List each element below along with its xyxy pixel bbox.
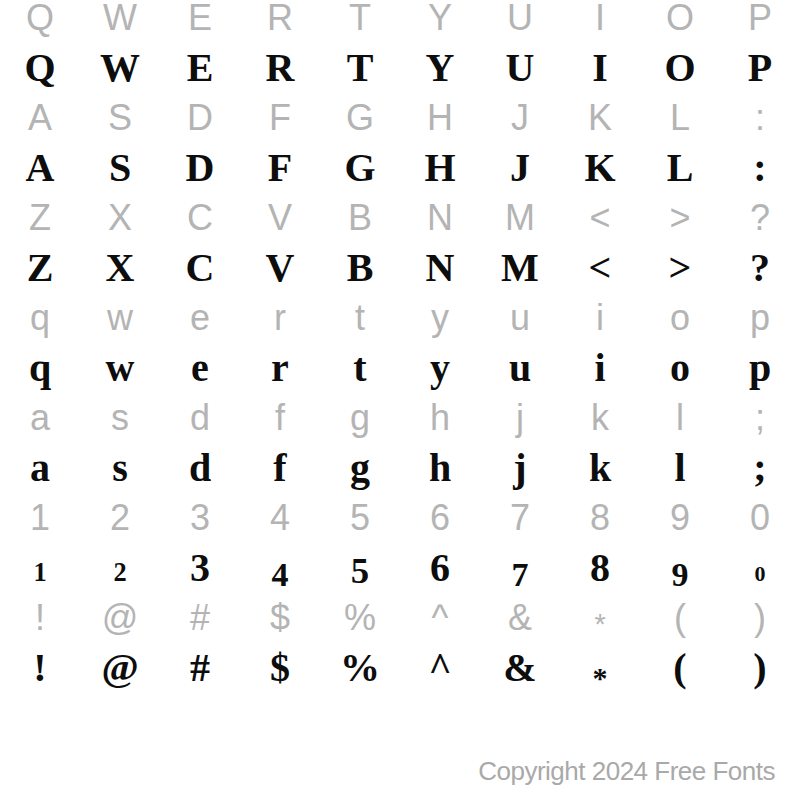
reference-glyph: W: [103, 0, 137, 38]
glyph-cell-r2c5: T: [320, 43, 400, 93]
reference-glyph: H: [427, 97, 453, 138]
reference-glyph: i: [596, 297, 604, 338]
glyph-cell-r6c6: N: [400, 243, 480, 293]
specimen-glyph: 6: [430, 545, 450, 590]
glyph-cell-r7c8: i: [560, 293, 640, 343]
reference-glyph: e: [190, 297, 210, 338]
specimen-glyph: 3: [190, 545, 210, 590]
glyph-cell-r14c6: ^: [400, 643, 480, 693]
reference-glyph: Y: [428, 0, 452, 38]
specimen-glyph: H: [424, 145, 455, 190]
glyph-cell-r12c7: 7: [480, 543, 560, 593]
glyph-cell-r10c5: g: [320, 443, 400, 493]
glyph-cell-r13c4: $: [240, 593, 320, 643]
glyph-cell-r2c6: Y: [400, 43, 480, 93]
glyph-cell-r12c9: 9: [640, 543, 720, 593]
glyph-cell-r2c9: O: [640, 43, 720, 93]
glyph-cell-r9c8: k: [560, 393, 640, 443]
glyph-cell-r3c7: J: [480, 93, 560, 143]
specimen-glyph: a: [30, 445, 50, 490]
reference-glyph: Q: [26, 0, 54, 38]
reference-glyph: %: [344, 597, 376, 638]
specimen-glyph: Z: [27, 245, 54, 290]
glyph-cell-r14c9: (: [640, 643, 720, 693]
glyph-cell-r6c1: Z: [0, 243, 80, 293]
glyph-cell-r8c1: q: [0, 343, 80, 393]
reference-glyph: X: [108, 197, 132, 238]
glyph-cell-r2c3: E: [160, 43, 240, 93]
glyph-cell-r12c4: 4: [240, 543, 320, 593]
reference-glyph: q: [30, 297, 50, 338]
reference-glyph: $: [270, 597, 290, 638]
glyph-cell-r7c5: t: [320, 293, 400, 343]
reference-glyph: T: [349, 0, 371, 38]
glyph-cell-r11c1: 1: [0, 493, 80, 543]
glyph-cell-r1c5: T: [320, 0, 400, 43]
specimen-glyph: <: [589, 245, 612, 290]
reference-glyph: k: [591, 397, 609, 438]
reference-glyph: D: [187, 97, 213, 138]
copyright-text: Copyright 2024 Free Fonts: [478, 756, 775, 787]
specimen-glyph: 0: [755, 561, 766, 586]
glyph-cell-r10c1: a: [0, 443, 80, 493]
glyph-cell-r6c4: V: [240, 243, 320, 293]
specimen-glyph: j: [513, 445, 526, 490]
glyph-cell-r8c5: t: [320, 343, 400, 393]
glyph-cell-r6c3: C: [160, 243, 240, 293]
specimen-glyph: C: [186, 245, 215, 290]
glyph-cell-r3c1: A: [0, 93, 80, 143]
reference-glyph: s: [111, 397, 129, 438]
reference-glyph: 7: [510, 497, 530, 538]
reference-glyph: !: [35, 597, 45, 638]
specimen-glyph: w: [106, 345, 135, 390]
specimen-glyph: M: [501, 245, 539, 290]
glyph-cell-r6c5: B: [320, 243, 400, 293]
specimen-glyph: 4: [272, 556, 289, 593]
glyph-cell-r5c9: >: [640, 193, 720, 243]
glyph-cell-r14c2: @: [80, 643, 160, 693]
reference-glyph: g: [350, 397, 370, 438]
glyph-cell-r8c9: o: [640, 343, 720, 393]
glyph-cell-r4c4: F: [240, 143, 320, 193]
glyph-cell-r5c4: V: [240, 193, 320, 243]
font-specimen-page: QWERTYUIOPQWERTYUIOPASDFGHJKL:ASDFGHJKL:…: [0, 0, 800, 800]
specimen-glyph: %: [340, 645, 380, 690]
reference-glyph: ^: [432, 597, 449, 638]
reference-glyph: K: [588, 97, 612, 138]
glyph-cell-r9c4: f: [240, 393, 320, 443]
specimen-glyph: 9: [672, 556, 689, 593]
glyph-cell-r5c6: N: [400, 193, 480, 243]
glyph-cell-r13c6: ^: [400, 593, 480, 643]
glyph-cell-r1c8: I: [560, 0, 640, 43]
reference-glyph: a: [30, 397, 50, 438]
reference-glyph: E: [188, 0, 212, 38]
glyph-cell-r5c1: Z: [0, 193, 80, 243]
reference-glyph: 2: [110, 497, 130, 538]
glyph-cell-r2c8: I: [560, 43, 640, 93]
glyph-cell-r4c9: L: [640, 143, 720, 193]
specimen-glyph: F: [268, 145, 292, 190]
specimen-glyph: g: [350, 445, 370, 490]
specimen-glyph: 8: [590, 545, 610, 590]
glyph-cell-r1c7: U: [480, 0, 560, 43]
specimen-glyph: r: [271, 345, 289, 390]
glyph-cell-r14c4: $: [240, 643, 320, 693]
specimen-glyph: f: [273, 445, 286, 490]
glyph-cell-r1c6: Y: [400, 0, 480, 43]
glyph-cell-r13c8: *: [560, 593, 640, 643]
reference-glyph: R: [267, 0, 293, 38]
glyph-cell-r11c2: 2: [80, 493, 160, 543]
reference-glyph: 5: [350, 497, 370, 538]
glyph-cell-r13c9: (: [640, 593, 720, 643]
glyph-cell-r9c3: d: [160, 393, 240, 443]
glyph-cell-r11c9: 9: [640, 493, 720, 543]
reference-glyph: P: [748, 0, 772, 38]
glyph-cell-r9c1: a: [0, 393, 80, 443]
glyph-cell-r7c1: q: [0, 293, 80, 343]
specimen-glyph: J: [510, 145, 530, 190]
specimen-glyph: E: [187, 45, 214, 90]
glyph-cell-r5c2: X: [80, 193, 160, 243]
glyph-cell-r10c9: l: [640, 443, 720, 493]
glyph-cell-r6c10: ?: [720, 243, 800, 293]
specimen-glyph: ^: [428, 645, 451, 690]
specimen-glyph: L: [667, 145, 694, 190]
specimen-glyph: D: [186, 145, 215, 190]
specimen-glyph: T: [347, 45, 374, 90]
specimen-glyph: V: [266, 245, 295, 290]
specimen-glyph: 5: [351, 550, 369, 591]
glyph-cell-r9c10: ;: [720, 393, 800, 443]
glyph-cell-r1c2: W: [80, 0, 160, 43]
specimen-glyph: Q: [24, 45, 55, 90]
glyph-cell-r12c2: 2: [80, 543, 160, 593]
glyph-cell-r13c10: ): [720, 593, 800, 643]
glyph-cell-r7c3: e: [160, 293, 240, 343]
reference-glyph: h: [430, 397, 450, 438]
specimen-glyph: U: [506, 45, 535, 90]
reference-glyph: Z: [29, 197, 51, 238]
glyph-cell-r10c2: s: [80, 443, 160, 493]
reference-glyph: 4: [270, 497, 290, 538]
reference-glyph: :: [755, 97, 765, 138]
specimen-glyph: ;: [753, 445, 766, 490]
glyph-cell-r14c10: ): [720, 643, 800, 693]
glyph-cell-r2c4: R: [240, 43, 320, 93]
specimen-glyph: ): [753, 645, 766, 690]
reference-glyph: 8: [590, 497, 610, 538]
reference-glyph: S: [108, 97, 132, 138]
glyph-cell-r9c5: g: [320, 393, 400, 443]
reference-glyph: ?: [750, 197, 770, 238]
glyph-cell-r14c8: *: [560, 643, 640, 693]
specimen-glyph: I: [592, 45, 608, 90]
specimen-glyph: P: [748, 45, 772, 90]
reference-glyph: 9: [670, 497, 690, 538]
glyph-cell-r11c10: 0: [720, 493, 800, 543]
specimen-glyph: K: [584, 145, 615, 190]
specimen-glyph: S: [109, 145, 131, 190]
specimen-glyph: &: [503, 645, 536, 690]
reference-glyph: (: [674, 597, 686, 638]
glyph-cell-r11c4: 4: [240, 493, 320, 543]
reference-glyph: C: [187, 197, 213, 238]
glyph-cell-r3c6: H: [400, 93, 480, 143]
glyph-cell-r2c7: U: [480, 43, 560, 93]
reference-glyph: J: [511, 97, 529, 138]
specimen-glyph: N: [426, 245, 455, 290]
reference-glyph: G: [346, 97, 374, 138]
reference-glyph: f: [275, 397, 285, 438]
reference-glyph: >: [669, 197, 690, 238]
glyph-cell-r4c2: S: [80, 143, 160, 193]
glyph-cell-r5c8: <: [560, 193, 640, 243]
glyph-cell-r12c5: 5: [320, 543, 400, 593]
glyph-cell-r8c6: y: [400, 343, 480, 393]
glyph-cell-r8c4: r: [240, 343, 320, 393]
specimen-glyph: 1: [33, 557, 46, 587]
reference-glyph: N: [427, 197, 453, 238]
reference-glyph: &: [508, 597, 532, 638]
specimen-glyph: h: [429, 445, 451, 490]
specimen-glyph: d: [189, 445, 211, 490]
specimen-glyph: B: [347, 245, 374, 290]
glyph-cell-r8c3: e: [160, 343, 240, 393]
glyph-cell-r7c9: o: [640, 293, 720, 343]
glyph-cell-r2c10: P: [720, 43, 800, 93]
specimen-glyph: p: [749, 345, 771, 390]
glyph-cell-r12c1: 1: [0, 543, 80, 593]
glyph-cell-r3c9: L: [640, 93, 720, 143]
glyph-cell-r13c7: &: [480, 593, 560, 643]
reference-glyph: B: [348, 197, 372, 238]
glyph-cell-r9c7: j: [480, 393, 560, 443]
glyph-cell-r14c3: #: [160, 643, 240, 693]
reference-glyph: ;: [755, 397, 765, 438]
specimen-glyph: y: [430, 345, 450, 390]
character-grid: QWERTYUIOPQWERTYUIOPASDFGHJKL:ASDFGHJKL:…: [0, 0, 800, 693]
specimen-glyph: 2: [113, 557, 126, 587]
glyph-cell-r13c1: !: [0, 593, 80, 643]
glyph-cell-r11c5: 5: [320, 493, 400, 543]
reference-glyph: U: [507, 0, 533, 38]
glyph-cell-r9c6: h: [400, 393, 480, 443]
glyph-cell-r11c8: 8: [560, 493, 640, 543]
specimen-glyph: $: [270, 645, 290, 690]
glyph-cell-r12c10: 0: [720, 543, 800, 593]
reference-glyph: u: [510, 297, 530, 338]
glyph-cell-r1c3: E: [160, 0, 240, 43]
specimen-glyph: @: [101, 645, 138, 690]
glyph-cell-r10c7: j: [480, 443, 560, 493]
glyph-cell-r12c8: 8: [560, 543, 640, 593]
reference-glyph: t: [355, 297, 365, 338]
specimen-glyph: #: [190, 645, 210, 690]
glyph-cell-r12c6: 6: [400, 543, 480, 593]
glyph-cell-r8c7: u: [480, 343, 560, 393]
reference-glyph: <: [589, 197, 610, 238]
specimen-glyph: *: [593, 661, 608, 694]
glyph-cell-r5c7: M: [480, 193, 560, 243]
specimen-glyph: W: [100, 45, 140, 90]
specimen-glyph: >: [669, 245, 692, 290]
glyph-cell-r4c3: D: [160, 143, 240, 193]
glyph-cell-r1c4: R: [240, 0, 320, 43]
glyph-cell-r4c5: G: [320, 143, 400, 193]
reference-glyph: A: [28, 97, 52, 138]
glyph-cell-r7c6: y: [400, 293, 480, 343]
glyph-cell-r12c3: 3: [160, 543, 240, 593]
glyph-cell-r14c1: !: [0, 643, 80, 693]
glyph-cell-r13c3: #: [160, 593, 240, 643]
glyph-cell-r6c2: X: [80, 243, 160, 293]
glyph-cell-r1c1: Q: [0, 0, 80, 43]
glyph-cell-r7c2: w: [80, 293, 160, 343]
glyph-cell-r6c7: M: [480, 243, 560, 293]
specimen-glyph: Y: [426, 45, 455, 90]
glyph-cell-r8c8: i: [560, 343, 640, 393]
glyph-cell-r3c2: S: [80, 93, 160, 143]
reference-glyph: j: [516, 397, 524, 438]
specimen-glyph: :: [753, 145, 766, 190]
glyph-cell-r4c1: A: [0, 143, 80, 193]
reference-glyph: #: [190, 597, 210, 638]
glyph-cell-r3c3: D: [160, 93, 240, 143]
glyph-cell-r8c2: w: [80, 343, 160, 393]
specimen-glyph: k: [589, 445, 611, 490]
glyph-cell-r10c10: ;: [720, 443, 800, 493]
reference-glyph: L: [670, 97, 690, 138]
reference-glyph: 0: [750, 497, 770, 538]
glyph-cell-r7c4: r: [240, 293, 320, 343]
specimen-glyph: 7: [512, 556, 529, 593]
specimen-glyph: G: [344, 145, 375, 190]
glyph-cell-r2c1: Q: [0, 43, 80, 93]
glyph-cell-r13c5: %: [320, 593, 400, 643]
specimen-glyph: O: [664, 45, 695, 90]
reference-glyph: O: [666, 0, 694, 38]
reference-glyph: I: [595, 0, 605, 38]
glyph-cell-r9c2: s: [80, 393, 160, 443]
specimen-glyph: s: [112, 445, 128, 490]
reference-glyph: F: [269, 97, 291, 138]
specimen-glyph: X: [106, 245, 135, 290]
glyph-cell-r14c5: %: [320, 643, 400, 693]
glyph-cell-r3c5: G: [320, 93, 400, 143]
reference-glyph: ): [754, 597, 766, 638]
glyph-cell-r4c10: :: [720, 143, 800, 193]
glyph-cell-r3c4: F: [240, 93, 320, 143]
specimen-glyph: o: [670, 345, 690, 390]
reference-glyph: o: [670, 297, 690, 338]
specimen-glyph: l: [674, 445, 685, 490]
specimen-glyph: i: [594, 345, 605, 390]
glyph-cell-r3c8: K: [560, 93, 640, 143]
reference-glyph: l: [676, 397, 684, 438]
glyph-cell-r7c7: u: [480, 293, 560, 343]
specimen-glyph: R: [266, 45, 295, 90]
glyph-cell-r4c8: K: [560, 143, 640, 193]
reference-glyph: 6: [430, 497, 450, 538]
glyph-cell-r10c6: h: [400, 443, 480, 493]
reference-glyph: w: [107, 297, 133, 338]
reference-glyph: 3: [190, 497, 210, 538]
glyph-cell-r5c10: ?: [720, 193, 800, 243]
glyph-cell-r10c3: d: [160, 443, 240, 493]
reference-glyph: r: [274, 297, 286, 338]
specimen-glyph: e: [191, 345, 209, 390]
glyph-cell-r6c8: <: [560, 243, 640, 293]
reference-glyph: M: [505, 197, 535, 238]
reference-glyph: *: [594, 608, 605, 640]
glyph-cell-r10c8: k: [560, 443, 640, 493]
reference-glyph: p: [750, 297, 770, 338]
glyph-cell-r11c3: 3: [160, 493, 240, 543]
glyph-cell-r11c6: 6: [400, 493, 480, 543]
glyph-cell-r1c9: O: [640, 0, 720, 43]
specimen-glyph: !: [33, 645, 46, 690]
glyph-cell-r11c7: 7: [480, 493, 560, 543]
glyph-cell-r1c10: P: [720, 0, 800, 43]
specimen-glyph: ?: [750, 245, 770, 290]
glyph-cell-r2c2: W: [80, 43, 160, 93]
reference-glyph: d: [190, 397, 210, 438]
glyph-cell-r5c5: B: [320, 193, 400, 243]
glyph-cell-r14c7: &: [480, 643, 560, 693]
glyph-cell-r8c10: p: [720, 343, 800, 393]
reference-glyph: 1: [30, 497, 50, 538]
reference-glyph: @: [102, 597, 139, 638]
glyph-cell-r4c6: H: [400, 143, 480, 193]
glyph-cell-r9c9: l: [640, 393, 720, 443]
reference-glyph: V: [268, 197, 292, 238]
specimen-glyph: (: [673, 645, 686, 690]
specimen-glyph: u: [509, 345, 531, 390]
glyph-cell-r13c2: @: [80, 593, 160, 643]
specimen-glyph: q: [29, 345, 51, 390]
specimen-glyph: A: [26, 145, 55, 190]
reference-glyph: y: [431, 297, 449, 338]
glyph-cell-r5c3: C: [160, 193, 240, 243]
glyph-cell-r3c10: :: [720, 93, 800, 143]
specimen-glyph: t: [353, 345, 366, 390]
glyph-cell-r4c7: J: [480, 143, 560, 193]
glyph-cell-r10c4: f: [240, 443, 320, 493]
glyph-cell-r7c10: p: [720, 293, 800, 343]
glyph-cell-r6c9: >: [640, 243, 720, 293]
